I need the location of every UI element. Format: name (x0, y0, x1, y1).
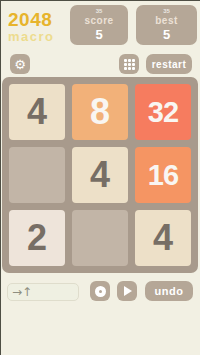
logo-title: 2048 (8, 10, 55, 29)
play-button[interactable] (117, 281, 137, 301)
cell-empty (72, 210, 128, 266)
app-logo: 2048 macro (8, 10, 55, 43)
grid-icon (124, 59, 135, 70)
best-moves: 35 (136, 8, 197, 15)
score-moves: 35 (70, 8, 128, 15)
cell-empty (9, 147, 65, 203)
best-value: 5 (136, 27, 197, 42)
best-label: best (136, 15, 197, 27)
record-icon (95, 286, 106, 297)
score-box: 35 score 5 (70, 5, 128, 45)
tile-16: 16 (135, 147, 191, 203)
undo-button[interactable]: undo (145, 281, 193, 301)
score-label: score (70, 15, 128, 27)
restart-button[interactable]: restart (146, 54, 192, 74)
board[interactable]: 483241624 (2, 77, 198, 273)
macro-input[interactable] (7, 283, 79, 301)
best-box: 35 best 5 (136, 5, 197, 45)
layout-grid-button[interactable] (119, 54, 139, 74)
logo-subtitle: macro (8, 30, 55, 43)
settings-button[interactable]: ⚙ (10, 54, 30, 74)
gear-icon: ⚙ (14, 58, 26, 71)
tile-4: 4 (72, 147, 128, 203)
tile-32: 32 (135, 84, 191, 140)
record-button[interactable] (90, 281, 110, 301)
play-icon (124, 286, 132, 296)
tile-4: 4 (135, 210, 191, 266)
score-value: 5 (70, 27, 128, 42)
tile-2: 2 (9, 210, 65, 266)
tile-4: 4 (9, 84, 65, 140)
tile-8: 8 (72, 84, 128, 140)
app: 2048 macro 35 score 5 35 best 5 ⚙ restar… (0, 0, 200, 355)
